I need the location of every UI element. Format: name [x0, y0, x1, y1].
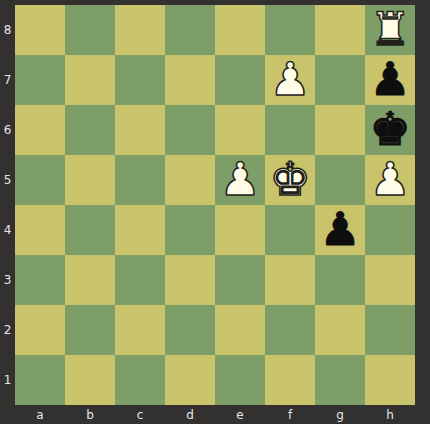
square-f7[interactable]: ♟ [265, 55, 315, 105]
white-king[interactable]: ♚ [269, 155, 310, 204]
square-d8[interactable] [165, 5, 215, 55]
square-g5[interactable] [315, 155, 365, 205]
square-b5[interactable] [65, 155, 115, 205]
square-a5[interactable] [15, 155, 65, 205]
rank-label-1: 1 [0, 355, 15, 405]
file-label-g: g [315, 405, 365, 424]
square-b1[interactable] [65, 355, 115, 405]
white-pawn[interactable]: ♟ [219, 155, 260, 204]
square-d5[interactable] [165, 155, 215, 205]
square-e1[interactable] [215, 355, 265, 405]
square-d6[interactable] [165, 105, 215, 155]
square-e2[interactable] [215, 305, 265, 355]
square-e5[interactable]: ♟ [215, 155, 265, 205]
white-pawn[interactable]: ♟ [269, 55, 310, 104]
rank-label-8: 8 [0, 5, 15, 55]
square-g1[interactable] [315, 355, 365, 405]
square-d4[interactable] [165, 205, 215, 255]
square-f2[interactable] [265, 305, 315, 355]
square-b2[interactable] [65, 305, 115, 355]
square-h8[interactable]: ♜ [365, 5, 415, 55]
square-b8[interactable] [65, 5, 115, 55]
square-e7[interactable] [215, 55, 265, 105]
square-h2[interactable] [365, 305, 415, 355]
rank-labels: 87654321 [0, 5, 15, 405]
square-e8[interactable] [215, 5, 265, 55]
file-label-f: f [265, 405, 315, 424]
square-b3[interactable] [65, 255, 115, 305]
black-pawn[interactable]: ♟ [369, 55, 410, 104]
square-f8[interactable] [265, 5, 315, 55]
square-a3[interactable] [15, 255, 65, 305]
square-d3[interactable] [165, 255, 215, 305]
square-f4[interactable] [265, 205, 315, 255]
square-d7[interactable] [165, 55, 215, 105]
square-a7[interactable] [15, 55, 65, 105]
square-c5[interactable] [115, 155, 165, 205]
file-label-c: c [115, 405, 165, 424]
file-label-a: a [15, 405, 65, 424]
square-g8[interactable] [315, 5, 365, 55]
square-a1[interactable] [15, 355, 65, 405]
file-label-d: d [165, 405, 215, 424]
square-c3[interactable] [115, 255, 165, 305]
rank-label-2: 2 [0, 305, 15, 355]
square-h6[interactable]: ♚ [365, 105, 415, 155]
square-f6[interactable] [265, 105, 315, 155]
square-g4[interactable]: ♟ [315, 205, 365, 255]
square-c1[interactable] [115, 355, 165, 405]
chess-board: ♜♟♟♚♟♚♟♟ [15, 5, 415, 405]
square-a6[interactable] [15, 105, 65, 155]
square-d1[interactable] [165, 355, 215, 405]
square-b7[interactable] [65, 55, 115, 105]
square-h3[interactable] [365, 255, 415, 305]
square-h5[interactable]: ♟ [365, 155, 415, 205]
square-a2[interactable] [15, 305, 65, 355]
file-labels: abcdefgh [15, 405, 415, 424]
white-pawn[interactable]: ♟ [369, 155, 410, 204]
chess-board-app: 87654321 ♜♟♟♚♟♚♟♟ abcdefgh [0, 0, 430, 424]
square-f1[interactable] [265, 355, 315, 405]
file-label-h: h [365, 405, 415, 424]
file-label-e: e [215, 405, 265, 424]
square-h1[interactable] [365, 355, 415, 405]
square-c8[interactable] [115, 5, 165, 55]
square-e3[interactable] [215, 255, 265, 305]
square-g7[interactable] [315, 55, 365, 105]
rank-label-6: 6 [0, 105, 15, 155]
square-c6[interactable] [115, 105, 165, 155]
rank-label-5: 5 [0, 155, 15, 205]
file-label-b: b [65, 405, 115, 424]
square-d2[interactable] [165, 305, 215, 355]
square-e6[interactable] [215, 105, 265, 155]
black-king[interactable]: ♚ [369, 105, 410, 154]
square-b4[interactable] [65, 205, 115, 255]
square-e4[interactable] [215, 205, 265, 255]
square-g2[interactable] [315, 305, 365, 355]
square-c4[interactable] [115, 205, 165, 255]
rank-label-7: 7 [0, 55, 15, 105]
rank-label-4: 4 [0, 205, 15, 255]
rank-label-3: 3 [0, 255, 15, 305]
white-rook[interactable]: ♜ [369, 5, 410, 54]
black-pawn[interactable]: ♟ [319, 205, 360, 254]
square-a8[interactable] [15, 5, 65, 55]
square-g6[interactable] [315, 105, 365, 155]
square-f5[interactable]: ♚ [265, 155, 315, 205]
square-h4[interactable] [365, 205, 415, 255]
square-g3[interactable] [315, 255, 365, 305]
square-c7[interactable] [115, 55, 165, 105]
square-a4[interactable] [15, 205, 65, 255]
square-c2[interactable] [115, 305, 165, 355]
square-h7[interactable]: ♟ [365, 55, 415, 105]
square-f3[interactable] [265, 255, 315, 305]
square-b6[interactable] [65, 105, 115, 155]
